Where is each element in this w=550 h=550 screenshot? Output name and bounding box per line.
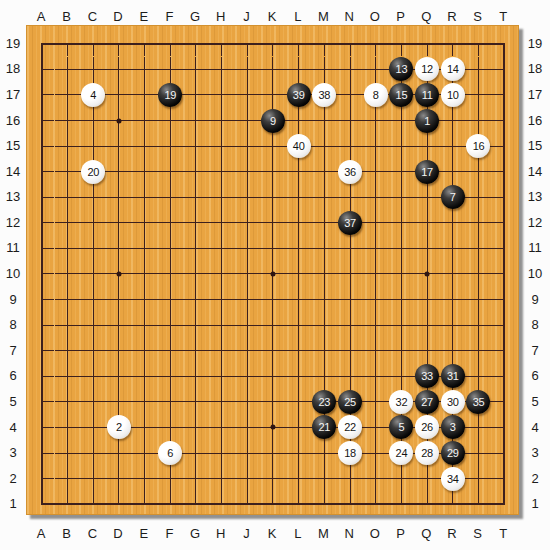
intersection-T7	[491, 338, 517, 364]
row-label-right-1: 1	[531, 497, 538, 510]
intersection-O7	[363, 338, 389, 364]
intersection-D17	[106, 82, 132, 108]
intersection-Q13	[414, 184, 440, 210]
intersection-F18	[157, 57, 183, 83]
intersection-E16	[132, 108, 158, 134]
intersection-J14	[234, 159, 260, 185]
intersection-T8	[491, 312, 517, 338]
intersection-O8	[363, 312, 389, 338]
intersection-E2	[132, 466, 158, 492]
intersection-N17	[337, 82, 363, 108]
row-label-left-13: 13	[6, 190, 20, 203]
stone-white-move-16: 16	[466, 134, 490, 158]
intersection-L3	[286, 440, 312, 466]
stone-black-move-21: 21	[312, 415, 336, 439]
intersection-F13	[157, 184, 183, 210]
row-label-left-6: 6	[9, 369, 16, 382]
move-number: 6	[167, 447, 173, 459]
col-label-top-L: L	[294, 10, 301, 23]
col-label-bottom-N: N	[345, 527, 354, 540]
intersection-J6	[234, 364, 260, 390]
move-number: 28	[421, 447, 433, 459]
intersection-N18	[337, 57, 363, 83]
intersection-E7	[132, 338, 158, 364]
intersection-S17	[466, 82, 492, 108]
intersection-B5	[55, 389, 81, 415]
intersection-T1	[491, 491, 517, 517]
intersection-M3	[312, 440, 338, 466]
intersection-D13	[106, 184, 132, 210]
intersection-T16	[491, 108, 517, 134]
intersection-N19	[337, 31, 363, 57]
move-number: 34	[447, 473, 459, 485]
row-label-right-12: 12	[528, 215, 542, 228]
intersection-T15	[491, 133, 517, 159]
intersection-E8	[132, 312, 158, 338]
intersection-K19	[260, 31, 286, 57]
intersection-C6	[80, 364, 106, 390]
row-label-left-9: 9	[9, 292, 16, 305]
intersection-T9	[491, 287, 517, 313]
intersection-E18	[132, 57, 158, 83]
intersection-P3: 24	[389, 440, 415, 466]
intersection-Q4: 26	[414, 415, 440, 441]
intersection-H7	[209, 338, 235, 364]
intersection-N5: 25	[337, 389, 363, 415]
intersection-E12	[132, 210, 158, 236]
intersection-P8	[389, 312, 415, 338]
intersection-S13	[466, 184, 492, 210]
row-label-right-10: 10	[528, 267, 542, 280]
stone-black-move-25: 25	[338, 390, 362, 414]
intersection-P11	[389, 236, 415, 262]
intersection-K4	[260, 415, 286, 441]
stone-white-move-20: 20	[81, 160, 105, 184]
intersection-D11	[106, 236, 132, 262]
stone-white-move-12: 12	[415, 57, 439, 81]
intersection-P14	[389, 159, 415, 185]
intersection-L18	[286, 57, 312, 83]
row-label-left-8: 8	[9, 318, 16, 331]
intersection-P1	[389, 491, 415, 517]
intersection-J1	[234, 491, 260, 517]
col-label-bottom-S: S	[473, 527, 482, 540]
intersection-H17	[209, 82, 235, 108]
intersection-T2	[491, 466, 517, 492]
intersection-J11	[234, 236, 260, 262]
stone-white-move-36: 36	[338, 160, 362, 184]
intersection-B9	[55, 287, 81, 313]
intersection-J15	[234, 133, 260, 159]
intersection-R11	[440, 236, 466, 262]
intersection-K11	[260, 236, 286, 262]
intersection-S6	[466, 364, 492, 390]
intersection-Q12	[414, 210, 440, 236]
col-label-bottom-B: B	[62, 527, 71, 540]
intersection-B7	[55, 338, 81, 364]
intersection-L17: 39	[286, 82, 312, 108]
stone-black-move-5: 5	[389, 415, 413, 439]
intersection-N3: 18	[337, 440, 363, 466]
intersection-E3	[132, 440, 158, 466]
intersection-G6	[183, 364, 209, 390]
intersection-J9	[234, 287, 260, 313]
intersection-R13: 7	[440, 184, 466, 210]
intersection-A8	[29, 312, 55, 338]
col-label-bottom-F: F	[165, 527, 173, 540]
intersection-A10	[29, 261, 55, 287]
move-number: 11	[422, 89, 433, 101]
intersection-S11	[466, 236, 492, 262]
intersection-K9	[260, 287, 286, 313]
intersection-E4	[132, 415, 158, 441]
intersection-T17	[491, 82, 517, 108]
intersection-F1	[157, 491, 183, 517]
intersection-O5	[363, 389, 389, 415]
intersection-O9	[363, 287, 389, 313]
intersection-L15: 40	[286, 133, 312, 159]
row-label-left-10: 10	[6, 267, 20, 280]
intersection-K6	[260, 364, 286, 390]
intersection-C19	[80, 31, 106, 57]
intersection-O10	[363, 261, 389, 287]
intersection-F15	[157, 133, 183, 159]
stone-white-move-24: 24	[389, 441, 413, 465]
intersection-J3	[234, 440, 260, 466]
intersection-R8	[440, 312, 466, 338]
intersection-G18	[183, 57, 209, 83]
intersection-R15	[440, 133, 466, 159]
intersection-M4: 21	[312, 415, 338, 441]
intersection-N15	[337, 133, 363, 159]
move-number: 23	[319, 396, 331, 408]
page: AABBCCDDEEFFGGHHJJKKLLMMNNOOPPQQRRSSTT19…	[0, 0, 550, 550]
intersection-L11	[286, 236, 312, 262]
intersection-O1	[363, 491, 389, 517]
intersection-N12: 37	[337, 210, 363, 236]
intersection-H3	[209, 440, 235, 466]
intersection-D5	[106, 389, 132, 415]
row-label-left-17: 17	[6, 87, 20, 100]
move-number: 35	[473, 396, 485, 408]
stone-white-move-30: 30	[441, 390, 465, 414]
col-label-top-E: E	[139, 10, 148, 23]
col-label-top-H: H	[216, 10, 225, 23]
stone-black-move-29: 29	[441, 441, 465, 465]
intersection-A17	[29, 82, 55, 108]
stone-black-move-9: 9	[261, 109, 285, 133]
intersection-C10	[80, 261, 106, 287]
intersection-O11	[363, 236, 389, 262]
move-number: 14	[447, 63, 459, 75]
intersection-R14	[440, 159, 466, 185]
intersection-K2	[260, 466, 286, 492]
intersection-F11	[157, 236, 183, 262]
board-grid: 1312144193938815111091401620361773733312…	[29, 31, 517, 517]
intersection-R1	[440, 491, 466, 517]
intersection-O4	[363, 415, 389, 441]
intersection-D8	[106, 312, 132, 338]
stone-white-move-28: 28	[415, 441, 439, 465]
stone-black-move-37: 37	[338, 211, 362, 235]
intersection-N6	[337, 364, 363, 390]
move-number: 26	[421, 421, 433, 433]
intersection-A5	[29, 389, 55, 415]
intersection-S18	[466, 57, 492, 83]
intersection-S14	[466, 159, 492, 185]
intersection-Q17: 11	[414, 82, 440, 108]
row-label-right-16: 16	[528, 113, 542, 126]
intersection-P2	[389, 466, 415, 492]
intersection-F8	[157, 312, 183, 338]
intersection-F14	[157, 159, 183, 185]
intersection-D12	[106, 210, 132, 236]
row-label-left-2: 2	[9, 471, 16, 484]
intersection-O16	[363, 108, 389, 134]
intersection-P17: 15	[389, 82, 415, 108]
intersection-R17: 10	[440, 82, 466, 108]
intersection-G17	[183, 82, 209, 108]
move-number: 24	[396, 447, 408, 459]
intersection-L19	[286, 31, 312, 57]
move-number: 25	[344, 396, 356, 408]
intersection-D7	[106, 338, 132, 364]
intersection-G1	[183, 491, 209, 517]
intersection-G3	[183, 440, 209, 466]
intersection-R3: 29	[440, 440, 466, 466]
move-number: 1	[424, 115, 430, 127]
intersection-S5: 35	[466, 389, 492, 415]
intersection-S16	[466, 108, 492, 134]
intersection-C16	[80, 108, 106, 134]
intersection-H1	[209, 491, 235, 517]
row-label-right-2: 2	[531, 471, 538, 484]
row-label-left-3: 3	[9, 446, 16, 459]
intersection-K17	[260, 82, 286, 108]
intersection-D18	[106, 57, 132, 83]
move-number: 17	[421, 166, 433, 178]
intersection-G19	[183, 31, 209, 57]
col-label-top-D: D	[113, 10, 122, 23]
intersection-C2	[80, 466, 106, 492]
intersection-E15	[132, 133, 158, 159]
intersection-L2	[286, 466, 312, 492]
intersection-F2	[157, 466, 183, 492]
intersection-R2: 34	[440, 466, 466, 492]
intersection-L9	[286, 287, 312, 313]
intersection-D4: 2	[106, 415, 132, 441]
intersection-J7	[234, 338, 260, 364]
intersection-P10	[389, 261, 415, 287]
intersection-M2	[312, 466, 338, 492]
intersection-T10	[491, 261, 517, 287]
intersection-G12	[183, 210, 209, 236]
intersection-Q14: 17	[414, 159, 440, 185]
intersection-L1	[286, 491, 312, 517]
intersection-A1	[29, 491, 55, 517]
col-label-top-A: A	[37, 10, 46, 23]
intersection-E19	[132, 31, 158, 57]
intersection-C4	[80, 415, 106, 441]
row-label-right-17: 17	[528, 87, 542, 100]
row-label-left-14: 14	[6, 164, 20, 177]
intersection-H11	[209, 236, 235, 262]
intersection-H9	[209, 287, 235, 313]
intersection-N7	[337, 338, 363, 364]
intersection-C1	[80, 491, 106, 517]
intersection-O12	[363, 210, 389, 236]
move-number: 21	[319, 421, 331, 433]
stone-black-move-35: 35	[466, 390, 490, 414]
row-label-left-1: 1	[9, 497, 16, 510]
intersection-T6	[491, 364, 517, 390]
intersection-M15	[312, 133, 338, 159]
intersection-R10	[440, 261, 466, 287]
intersection-F3: 6	[157, 440, 183, 466]
intersection-K3	[260, 440, 286, 466]
intersection-N2	[337, 466, 363, 492]
intersection-Q1	[414, 491, 440, 517]
intersection-L16	[286, 108, 312, 134]
intersection-H15	[209, 133, 235, 159]
intersection-B10	[55, 261, 81, 287]
move-number: 30	[447, 396, 459, 408]
intersection-S19	[466, 31, 492, 57]
intersection-A7	[29, 338, 55, 364]
intersection-H5	[209, 389, 235, 415]
intersection-G8	[183, 312, 209, 338]
row-label-right-9: 9	[531, 292, 538, 305]
move-number: 18	[344, 447, 356, 459]
col-label-bottom-O: O	[370, 527, 380, 540]
intersection-R18: 14	[440, 57, 466, 83]
intersection-S2	[466, 466, 492, 492]
intersection-S12	[466, 210, 492, 236]
col-label-bottom-L: L	[294, 527, 301, 540]
col-label-top-T: T	[499, 10, 507, 23]
intersection-M12	[312, 210, 338, 236]
intersection-F9	[157, 287, 183, 313]
intersection-R6: 31	[440, 364, 466, 390]
intersection-L13	[286, 184, 312, 210]
row-label-right-14: 14	[528, 164, 542, 177]
move-number: 39	[293, 89, 305, 101]
intersection-S8	[466, 312, 492, 338]
move-number: 38	[319, 89, 331, 101]
intersection-O17: 8	[363, 82, 389, 108]
intersection-G5	[183, 389, 209, 415]
col-label-top-R: R	[447, 10, 456, 23]
intersection-R7	[440, 338, 466, 364]
intersection-J8	[234, 312, 260, 338]
intersection-Q10	[414, 261, 440, 287]
intersection-C14: 20	[80, 159, 106, 185]
intersection-P12	[389, 210, 415, 236]
intersection-L4	[286, 415, 312, 441]
row-label-left-4: 4	[9, 420, 16, 433]
intersection-N13	[337, 184, 363, 210]
intersection-Q11	[414, 236, 440, 262]
move-number: 12	[421, 63, 433, 75]
stone-black-move-3: 3	[441, 415, 465, 439]
row-label-right-4: 4	[531, 420, 538, 433]
stone-black-move-31: 31	[441, 364, 465, 388]
intersection-D3	[106, 440, 132, 466]
intersection-D1	[106, 491, 132, 517]
stone-white-move-34: 34	[441, 467, 465, 491]
go-board: 1312144193938815111091401620361773733312…	[26, 25, 519, 515]
intersection-A14	[29, 159, 55, 185]
intersection-E14	[132, 159, 158, 185]
intersection-J17	[234, 82, 260, 108]
intersection-F17: 19	[157, 82, 183, 108]
intersection-K18	[260, 57, 286, 83]
intersection-S4	[466, 415, 492, 441]
intersection-E10	[132, 261, 158, 287]
intersection-O2	[363, 466, 389, 492]
intersection-M17: 38	[312, 82, 338, 108]
intersection-S1	[466, 491, 492, 517]
intersection-C8	[80, 312, 106, 338]
row-label-left-15: 15	[6, 139, 20, 152]
stone-white-move-10: 10	[441, 83, 465, 107]
move-number: 40	[293, 140, 305, 152]
stone-black-move-1: 1	[415, 109, 439, 133]
row-label-right-7: 7	[531, 343, 538, 356]
col-label-top-J: J	[243, 10, 250, 23]
col-label-top-S: S	[473, 10, 482, 23]
intersection-P7	[389, 338, 415, 364]
intersection-B3	[55, 440, 81, 466]
col-label-bottom-P: P	[396, 527, 405, 540]
intersection-N8	[337, 312, 363, 338]
intersection-F12	[157, 210, 183, 236]
intersection-Q16: 1	[414, 108, 440, 134]
row-label-right-18: 18	[528, 62, 542, 75]
row-label-right-11: 11	[528, 241, 542, 254]
col-label-bottom-Q: Q	[421, 527, 431, 540]
intersection-L10	[286, 261, 312, 287]
move-number: 31	[447, 370, 459, 382]
intersection-H4	[209, 415, 235, 441]
intersection-S15: 16	[466, 133, 492, 159]
stone-white-move-2: 2	[107, 415, 131, 439]
intersection-E6	[132, 364, 158, 390]
intersection-L5	[286, 389, 312, 415]
intersection-D10	[106, 261, 132, 287]
row-label-left-12: 12	[6, 215, 20, 228]
intersection-B16	[55, 108, 81, 134]
intersection-G11	[183, 236, 209, 262]
row-label-right-6: 6	[531, 369, 538, 382]
intersection-T5	[491, 389, 517, 415]
intersection-K7	[260, 338, 286, 364]
intersection-H8	[209, 312, 235, 338]
intersection-E9	[132, 287, 158, 313]
intersection-F10	[157, 261, 183, 287]
intersection-N16	[337, 108, 363, 134]
intersection-K5	[260, 389, 286, 415]
intersection-M9	[312, 287, 338, 313]
intersection-M5: 23	[312, 389, 338, 415]
intersection-Q8	[414, 312, 440, 338]
stone-white-move-40: 40	[287, 134, 311, 158]
intersection-H2	[209, 466, 235, 492]
stone-white-move-18: 18	[338, 441, 362, 465]
move-number: 8	[373, 89, 379, 101]
move-number: 20	[87, 166, 99, 178]
intersection-P9	[389, 287, 415, 313]
